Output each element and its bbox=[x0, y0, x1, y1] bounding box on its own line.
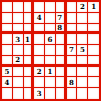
cell-r9c8[interactable] bbox=[77, 88, 88, 99]
cell-r6c6[interactable] bbox=[56, 56, 67, 67]
cell-r1c2[interactable] bbox=[13, 2, 24, 13]
cell-r4c9[interactable] bbox=[88, 34, 99, 45]
cell-r8c8[interactable] bbox=[77, 77, 88, 88]
cell-r4c2[interactable]: 3 bbox=[13, 34, 24, 45]
cell-r6c2[interactable]: 2 bbox=[13, 56, 24, 67]
cell-r1c9[interactable]: 1 bbox=[88, 2, 99, 13]
cell-r2c2[interactable] bbox=[13, 13, 24, 24]
cell-r5c3[interactable] bbox=[24, 45, 35, 56]
cell-r8c1[interactable]: 4 bbox=[2, 77, 13, 88]
cell-r4c3[interactable]: 1 bbox=[24, 34, 35, 45]
cell-r5c9[interactable] bbox=[88, 45, 99, 56]
cell-r1c5[interactable] bbox=[45, 2, 56, 13]
cell-r6c8[interactable] bbox=[77, 56, 88, 67]
cell-r6c7[interactable] bbox=[67, 56, 78, 67]
cell-r1c8[interactable]: 2 bbox=[77, 2, 88, 13]
cell-r9c5[interactable] bbox=[45, 88, 56, 99]
cell-r9c2[interactable] bbox=[13, 88, 24, 99]
given-digit: 1 bbox=[25, 36, 30, 43]
cell-r5c2[interactable] bbox=[13, 45, 24, 56]
cell-r4c1[interactable] bbox=[2, 34, 13, 45]
cell-r7c2[interactable] bbox=[13, 67, 24, 78]
cell-r3c3[interactable] bbox=[24, 24, 35, 35]
cell-r2c4[interactable]: 4 bbox=[34, 13, 45, 24]
given-digit: 4 bbox=[37, 14, 42, 21]
cell-r3c6[interactable]: 8 bbox=[56, 24, 67, 35]
given-digit: 4 bbox=[4, 79, 9, 86]
cell-r6c3[interactable] bbox=[24, 56, 35, 67]
given-digit: 7 bbox=[57, 14, 62, 21]
cell-r1c6[interactable] bbox=[56, 2, 67, 13]
cell-r8c4[interactable] bbox=[34, 77, 45, 88]
cell-r2c6[interactable]: 7 bbox=[56, 13, 67, 24]
cell-r8c7[interactable]: 8 bbox=[67, 77, 78, 88]
cell-r1c4[interactable] bbox=[34, 2, 45, 13]
cell-r2c5[interactable] bbox=[45, 13, 56, 24]
given-digit: 5 bbox=[80, 46, 85, 53]
cell-r8c6[interactable] bbox=[56, 77, 67, 88]
cell-r3c4[interactable] bbox=[34, 24, 45, 35]
cell-r3c1[interactable] bbox=[2, 24, 13, 35]
cell-r7c6[interactable] bbox=[56, 67, 67, 78]
cell-r6c9[interactable] bbox=[88, 56, 99, 67]
cell-r7c4[interactable]: 2 bbox=[34, 67, 45, 78]
cell-r4c7[interactable] bbox=[67, 34, 78, 45]
cell-r7c8[interactable] bbox=[77, 67, 88, 78]
given-digit: 8 bbox=[69, 79, 74, 86]
given-digit: 6 bbox=[48, 36, 53, 43]
cell-r9c9[interactable] bbox=[88, 88, 99, 99]
cell-r3c5[interactable] bbox=[45, 24, 56, 35]
cell-r5c7[interactable]: 7 bbox=[67, 45, 78, 56]
cell-r9c4[interactable]: 3 bbox=[34, 88, 45, 99]
cell-r9c3[interactable] bbox=[24, 88, 35, 99]
cell-r5c5[interactable] bbox=[45, 45, 56, 56]
cell-r5c6[interactable] bbox=[56, 45, 67, 56]
cell-r8c9[interactable] bbox=[88, 77, 99, 88]
given-digit: 3 bbox=[15, 36, 20, 43]
cell-r9c7[interactable] bbox=[67, 88, 78, 99]
cell-r1c1[interactable] bbox=[2, 2, 13, 13]
given-digit: 2 bbox=[37, 68, 42, 75]
sudoku-board: 21478316752521483 bbox=[0, 0, 101, 101]
given-digit: 5 bbox=[4, 68, 9, 75]
cell-r4c8[interactable] bbox=[77, 34, 88, 45]
cell-r4c5[interactable]: 6 bbox=[45, 34, 56, 45]
given-digit: 7 bbox=[69, 46, 74, 53]
cell-r7c1[interactable]: 5 bbox=[2, 67, 13, 78]
cell-r4c6[interactable] bbox=[56, 34, 67, 45]
cell-r8c2[interactable] bbox=[13, 77, 24, 88]
cell-r5c1[interactable] bbox=[2, 45, 13, 56]
cell-r5c8[interactable]: 5 bbox=[77, 45, 88, 56]
cell-r2c7[interactable] bbox=[67, 13, 78, 24]
cell-r9c6[interactable] bbox=[56, 88, 67, 99]
cell-r3c9[interactable] bbox=[88, 24, 99, 35]
cell-r6c5[interactable] bbox=[45, 56, 56, 67]
cell-r3c2[interactable] bbox=[13, 24, 24, 35]
cell-r7c7[interactable] bbox=[67, 67, 78, 78]
cell-r7c3[interactable] bbox=[24, 67, 35, 78]
cell-r9c1[interactable] bbox=[2, 88, 13, 99]
given-digit: 8 bbox=[57, 24, 62, 31]
cell-r2c9[interactable] bbox=[88, 13, 99, 24]
cell-r4c4[interactable] bbox=[34, 34, 45, 45]
cell-r3c7[interactable] bbox=[67, 24, 78, 35]
cell-r3c8[interactable] bbox=[77, 24, 88, 35]
cell-r2c1[interactable] bbox=[2, 13, 13, 24]
cell-r7c5[interactable]: 1 bbox=[45, 67, 56, 78]
cell-r2c3[interactable] bbox=[24, 13, 35, 24]
cell-r1c7[interactable] bbox=[67, 2, 78, 13]
given-digit: 2 bbox=[80, 3, 85, 10]
cell-r5c4[interactable] bbox=[34, 45, 45, 56]
cell-r8c3[interactable] bbox=[24, 77, 35, 88]
given-digit: 1 bbox=[91, 3, 96, 10]
cell-r1c3[interactable] bbox=[24, 2, 35, 13]
given-digit: 1 bbox=[48, 68, 53, 75]
cell-r6c1[interactable] bbox=[2, 56, 13, 67]
cell-r6c4[interactable] bbox=[34, 56, 45, 67]
cell-r8c5[interactable] bbox=[45, 77, 56, 88]
given-digit: 2 bbox=[15, 56, 20, 63]
given-digit: 3 bbox=[37, 90, 42, 97]
cell-r2c8[interactable] bbox=[77, 13, 88, 24]
cell-r7c9[interactable] bbox=[88, 67, 99, 78]
